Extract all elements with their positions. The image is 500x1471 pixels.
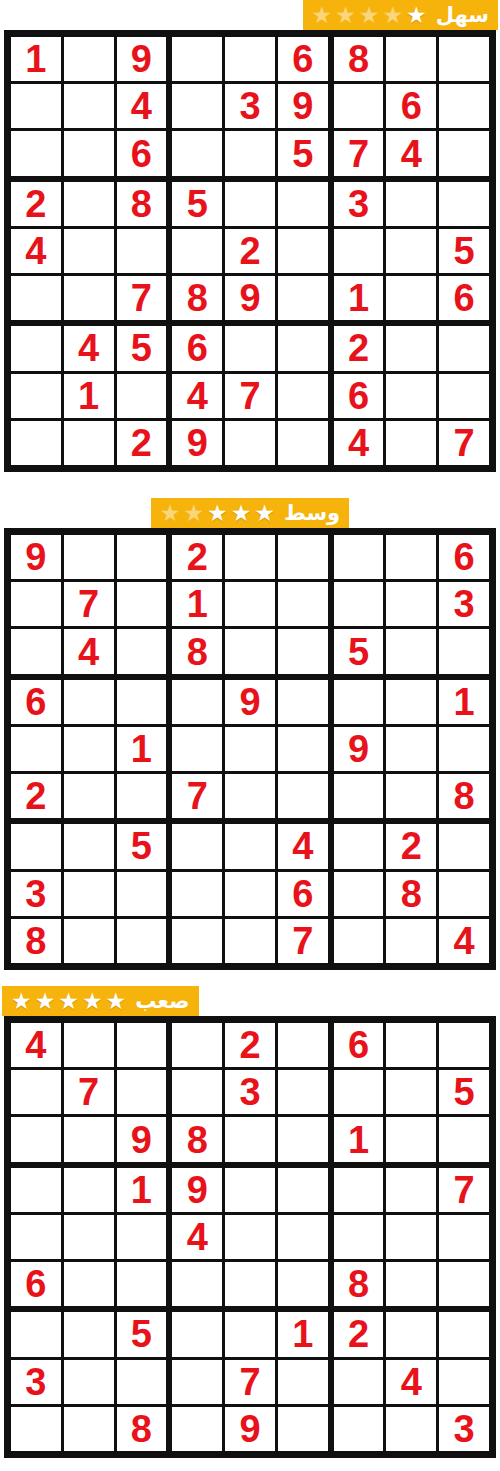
cell-r5c3[interactable] [117,1215,167,1259]
cell-r7c1[interactable] [11,326,61,370]
cell-r9c6[interactable] [278,1407,328,1451]
cell-r7c5[interactable] [225,1312,275,1356]
cell-r8c1[interactable] [11,374,61,418]
cell-r2c9: 3 [439,582,489,626]
cell-r9c4[interactable] [172,919,222,963]
cell-r5c7[interactable] [334,1215,384,1259]
cell-r2c3: 4 [117,84,167,128]
cell-r7c8[interactable] [386,1312,436,1356]
cell-r8c3[interactable] [117,872,167,916]
cell-r1c4[interactable] [172,1023,222,1067]
cell-r9c2[interactable] [64,421,114,465]
cell-r5c2[interactable] [64,229,114,273]
star-empty-icon: ★ [382,4,403,27]
cell-r4c3[interactable] [117,680,167,724]
star-filled-icon: ★ [254,502,275,525]
cell-r8c4[interactable] [172,1360,222,1404]
cell-r9c5[interactable] [225,919,275,963]
cell-r8c9[interactable] [439,374,489,418]
star-empty-icon: ★ [335,4,356,27]
star-rating: ★★★★★ [11,990,126,1013]
cell-r3c9[interactable] [439,1117,489,1161]
cell-r2c2: 7 [64,582,114,626]
cell-r5c4[interactable] [172,229,222,273]
cell-r2c1[interactable] [11,1070,61,1114]
sudoku-box: 8674 [334,37,489,176]
cell-r3c4[interactable] [172,131,222,175]
cell-r1c6[interactable] [278,1023,328,1067]
cell-r2c5: 3 [225,84,275,128]
cell-r6c5: 9 [225,276,275,320]
cell-r8c2: 1 [64,374,114,418]
cell-r5c1[interactable] [11,1215,61,1259]
cell-r9c2[interactable] [64,1407,114,1451]
cell-r7c7[interactable] [334,824,384,868]
cell-r2c3[interactable] [117,582,167,626]
cell-r3c3[interactable] [117,629,167,673]
cell-r3c4: 8 [172,1117,222,1161]
cell-r3c3: 6 [117,131,167,175]
star-rating: ★★★★★ [160,502,275,525]
cell-r4c9: 7 [439,1168,489,1212]
cell-r2c1[interactable] [11,84,61,128]
cell-r2c6[interactable] [278,1070,328,1114]
star-filled-icon: ★ [82,990,103,1013]
cell-r8c5: 7 [225,1360,275,1404]
cell-r7c6[interactable] [278,326,328,370]
cell-r3c3: 9 [117,1117,167,1161]
cell-r1c2[interactable] [64,1023,114,1067]
cell-r8c7: 6 [334,374,384,418]
cell-r2c9: 5 [439,1070,489,1114]
cell-r6c3[interactable] [117,1262,167,1306]
cell-r5c7: 9 [334,727,384,771]
cell-r3c5[interactable] [225,1117,275,1161]
cell-r8c8[interactable] [386,374,436,418]
cell-r6c7[interactable] [334,774,384,818]
cell-r4c6[interactable] [278,182,328,226]
sudoku-box: 6395 [172,37,327,176]
cell-r3c7: 1 [334,1117,384,1161]
sudoku-box: 218 [172,535,327,674]
cell-r7c3: 5 [117,824,167,868]
cell-r9c9: 4 [439,919,489,963]
cell-r4c7: 3 [334,182,384,226]
star-filled-icon: ★ [58,990,79,1013]
cell-r1c5[interactable] [225,37,275,81]
cell-r1c9[interactable] [439,1023,489,1067]
cell-r8c4: 4 [172,374,222,418]
sudoku-box: 243 [334,1312,489,1451]
cell-r2c8: 6 [386,84,436,128]
cell-r1c9[interactable] [439,37,489,81]
cell-r2c7[interactable] [334,84,384,128]
cell-r6c5[interactable] [225,1262,275,1306]
cell-r8c9[interactable] [439,872,489,916]
cell-r4c8[interactable] [386,680,436,724]
cell-r6c8[interactable] [386,774,436,818]
cell-r6c2[interactable] [64,1262,114,1306]
cell-r7c9[interactable] [439,1312,489,1356]
cell-r4c2[interactable] [64,680,114,724]
cell-r5c3[interactable] [117,229,167,273]
cell-r3c6[interactable] [278,1117,328,1161]
cell-r1c4: 2 [172,535,222,579]
cell-r7c8[interactable] [386,326,436,370]
cell-r8c5[interactable] [225,872,275,916]
sudoku-box: 974 [11,535,166,674]
cell-r7c4[interactable] [172,824,222,868]
cell-r1c1: 9 [11,535,61,579]
cell-r3c6[interactable] [278,629,328,673]
cell-r5c1: 4 [11,229,61,273]
cell-r3c9[interactable] [439,131,489,175]
cell-r9c7[interactable] [334,919,384,963]
cell-r1c8[interactable] [386,37,436,81]
cell-r9c2[interactable] [64,919,114,963]
cell-r2c8[interactable] [386,1070,436,1114]
difficulty-label-easy: سهل [436,5,489,26]
cell-r2c5[interactable] [225,582,275,626]
cell-r1c1: 4 [11,1023,61,1067]
cell-r4c7[interactable] [334,680,384,724]
sudoku-box: 97 [172,680,327,819]
cell-r3c2: 4 [64,629,114,673]
cell-r8c2[interactable] [64,872,114,916]
cell-r3c1[interactable] [11,131,61,175]
cell-r9c3: 2 [117,421,167,465]
cell-r6c2[interactable] [64,276,114,320]
cell-r7c9[interactable] [439,824,489,868]
cell-r3c2[interactable] [64,1117,114,1161]
cell-r7c1[interactable] [11,824,61,868]
cell-r5c6[interactable] [278,727,328,771]
cell-r5c4[interactable] [172,727,222,771]
cell-r7c7: 2 [334,1312,384,1356]
cell-r1c7: 8 [334,37,384,81]
cell-r3c6: 5 [278,131,328,175]
cell-r9c8[interactable] [386,1407,436,1451]
cell-r4c5[interactable] [225,182,275,226]
cell-r1c3: 9 [117,37,167,81]
star-rating: ★★★★★ [312,4,427,27]
cell-r5c5[interactable] [225,1215,275,1259]
cell-r5c6[interactable] [278,1215,328,1259]
cell-r5c9[interactable] [439,1215,489,1259]
cell-r7c6: 4 [278,824,328,868]
cell-r6c8[interactable] [386,276,436,320]
cell-r7c2[interactable] [64,1312,114,1356]
cell-r9c9: 3 [439,1407,489,1451]
sudoku-box: 635 [334,535,489,674]
cell-r7c4: 6 [172,326,222,370]
cell-r9c3[interactable] [117,919,167,963]
cell-r3c7: 5 [334,629,384,673]
cell-r7c4[interactable] [172,1312,222,1356]
cell-r8c7[interactable] [334,1360,384,1404]
cell-r3c4: 8 [172,629,222,673]
cell-r3c5[interactable] [225,629,275,673]
cell-r4c4: 5 [172,182,222,226]
cell-r3c1[interactable] [11,629,61,673]
cell-r7c6: 1 [278,1312,328,1356]
star-empty-icon: ★ [160,502,181,525]
cell-r9c5[interactable] [225,421,275,465]
cell-r3c8: 4 [386,131,436,175]
cell-r5c4: 4 [172,1215,222,1259]
cell-r9c1: 8 [11,919,61,963]
cell-r2c6: 9 [278,84,328,128]
sudoku-grid-easy: 194663958674284752893516451264792647 [4,30,496,472]
star-filled-icon: ★ [106,990,127,1013]
sudoku-box: 1946 [11,37,166,176]
cell-r6c1[interactable] [11,276,61,320]
cell-r4c6[interactable] [278,1168,328,1212]
puzzle-easy: ★★★★★ سهل 194663958674284752893516451264… [0,0,500,472]
cell-r8c6[interactable] [278,374,328,418]
sudoku-box: 198 [334,680,489,819]
cell-r5c5: 2 [225,229,275,273]
cell-r6c4: 7 [172,774,222,818]
sudoku-box: 2647 [334,326,489,465]
cell-r2c4[interactable] [172,84,222,128]
cell-r8c4[interactable] [172,872,222,916]
cell-r4c4[interactable] [172,680,222,724]
cell-r6c1: 6 [11,1262,61,1306]
cell-r4c1[interactable] [11,1168,61,1212]
star-filled-icon: ★ [11,990,32,1013]
sudoku-box: 467 [172,824,327,963]
cell-r7c5[interactable] [225,326,275,370]
sudoku-box: 238 [172,1023,327,1162]
cell-r1c8[interactable] [386,1023,436,1067]
cell-r1c3[interactable] [117,535,167,579]
sudoku-box: 94 [172,1168,327,1307]
cell-r4c2[interactable] [64,1168,114,1212]
cell-r7c1[interactable] [11,1312,61,1356]
cell-r1c7[interactable] [334,535,384,579]
puzzle-medium: ★★★★★ وسط 97421863561297198538467284 [0,498,500,970]
sudoku-box: 538 [11,824,166,963]
cell-r2c6[interactable] [278,582,328,626]
cell-r6c5[interactable] [225,774,275,818]
cell-r2c8[interactable] [386,582,436,626]
cell-r9c1[interactable] [11,1407,61,1451]
cell-r3c8[interactable] [386,629,436,673]
cell-r9c9: 7 [439,421,489,465]
cell-r4c3: 8 [117,182,167,226]
cell-r4c8[interactable] [386,182,436,226]
cell-r5c2[interactable] [64,727,114,771]
cell-r1c4[interactable] [172,37,222,81]
cell-r6c9: 6 [439,276,489,320]
difficulty-banner-hard: ★★★★★ صعب [2,986,199,1016]
cell-r6c6[interactable] [278,1262,328,1306]
cell-r5c2[interactable] [64,1215,114,1259]
sudoku-box: 651 [334,1023,489,1162]
cell-r6c1: 2 [11,774,61,818]
star-filled-icon: ★ [207,502,228,525]
difficulty-banner-medium: ★★★★★ وسط [151,498,349,528]
cell-r5c9[interactable] [439,727,489,771]
cell-r9c7[interactable] [334,1407,384,1451]
cell-r6c7: 8 [334,1262,384,1306]
cell-r8c7[interactable] [334,872,384,916]
cell-r2c7[interactable] [334,1070,384,1114]
cell-r7c2: 4 [64,326,114,370]
cell-r3c5[interactable] [225,131,275,175]
sudoku-box: 4512 [11,326,166,465]
cell-r6c4[interactable] [172,1262,222,1306]
cell-r2c4[interactable] [172,1070,222,1114]
cell-r8c2[interactable] [64,1360,114,1404]
cell-r4c9: 1 [439,680,489,724]
cell-r2c3[interactable] [117,1070,167,1114]
cell-r4c1: 6 [11,680,61,724]
difficulty-label-hard: صعب [135,991,189,1012]
cell-r2c7[interactable] [334,582,384,626]
cell-r4c3: 1 [117,1168,167,1212]
cell-r6c6[interactable] [278,774,328,818]
cell-r4c7[interactable] [334,1168,384,1212]
cell-r5c9: 5 [439,229,489,273]
cell-r5c6[interactable] [278,229,328,273]
sudoku-box: 538 [11,1312,166,1451]
cell-r1c5: 2 [225,1023,275,1067]
cell-r5c8[interactable] [386,229,436,273]
cell-r8c8: 4 [386,1360,436,1404]
cell-r1c6: 6 [278,37,328,81]
cell-r7c8: 2 [386,824,436,868]
cell-r9c1[interactable] [11,421,61,465]
cell-r1c7: 6 [334,1023,384,1067]
cell-r7c9[interactable] [439,326,489,370]
cell-r1c8[interactable] [386,535,436,579]
cell-r6c6[interactable] [278,276,328,320]
cell-r4c5: 9 [225,680,275,724]
cell-r5c8[interactable] [386,727,436,771]
sudoku-grid-hard: 479238651169478538179243 [4,1016,496,1458]
cell-r2c9[interactable] [439,84,489,128]
cell-r4c4: 9 [172,1168,222,1212]
star-empty-icon: ★ [312,4,333,27]
cell-r7c2[interactable] [64,824,114,868]
cell-r2c2: 7 [64,1070,114,1114]
cell-r1c2[interactable] [64,535,114,579]
cell-r8c9[interactable] [439,1360,489,1404]
cell-r1c5[interactable] [225,535,275,579]
cell-r7c7: 2 [334,326,384,370]
cell-r6c2[interactable] [64,774,114,818]
sudoku-box: 16 [11,1168,166,1307]
star-filled-icon: ★ [406,4,427,27]
cell-r7c3: 5 [117,326,167,370]
cell-r3c8[interactable] [386,1117,436,1161]
star-filled-icon: ★ [231,502,252,525]
cell-r9c4: 9 [172,421,222,465]
cell-r6c9: 8 [439,774,489,818]
cell-r4c2[interactable] [64,182,114,226]
cell-r5c3: 1 [117,727,167,771]
cell-r3c1[interactable] [11,1117,61,1161]
cell-r5c7[interactable] [334,229,384,273]
cell-r2c4: 1 [172,582,222,626]
cell-r1c2[interactable] [64,37,114,81]
cell-r8c8: 8 [386,872,436,916]
sudoku-box: 6479 [172,326,327,465]
cell-r9c7: 4 [334,421,384,465]
difficulty-banner-easy: ★★★★★ سهل [303,0,498,30]
cell-r6c7: 1 [334,276,384,320]
sudoku-box: 479 [11,1023,166,1162]
sudoku-box: 5289 [172,182,327,321]
star-empty-icon: ★ [183,502,204,525]
cell-r9c8[interactable] [386,421,436,465]
cell-r6c4: 8 [172,276,222,320]
sudoku-box: 2847 [11,182,166,321]
sudoku-grid-medium: 97421863561297198538467284 [4,528,496,970]
cell-r9c8[interactable] [386,919,436,963]
sudoku-box: 179 [172,1312,327,1451]
cell-r5c5[interactable] [225,727,275,771]
sudoku-box: 612 [11,680,166,819]
cell-r4c5[interactable] [225,1168,275,1212]
sudoku-box: 284 [334,824,489,963]
star-filled-icon: ★ [35,990,56,1013]
cell-r2c1[interactable] [11,582,61,626]
cell-r9c6: 7 [278,919,328,963]
cell-r8c3[interactable] [117,374,167,418]
cell-r9c3: 8 [117,1407,167,1451]
cell-r9c4[interactable] [172,1407,222,1451]
cell-r1c6[interactable] [278,535,328,579]
difficulty-label-medium: وسط [284,503,340,524]
cell-r4c9[interactable] [439,182,489,226]
cell-r5c1[interactable] [11,727,61,771]
cell-r4c1: 2 [11,182,61,226]
cell-r8c6: 6 [278,872,328,916]
cell-r8c5: 7 [225,374,275,418]
cell-r4c8[interactable] [386,1168,436,1212]
cell-r9c6[interactable] [278,421,328,465]
cell-r8c6[interactable] [278,1360,328,1404]
cell-r3c2[interactable] [64,131,114,175]
cell-r1c1: 1 [11,37,61,81]
cell-r8c1: 3 [11,872,61,916]
cell-r2c5: 3 [225,1070,275,1114]
star-empty-icon: ★ [359,4,380,27]
cell-r6c3[interactable] [117,774,167,818]
cell-r2c2[interactable] [64,84,114,128]
cell-r4c6[interactable] [278,680,328,724]
cell-r1c3[interactable] [117,1023,167,1067]
sudoku-box: 3516 [334,182,489,321]
cell-r1c9: 6 [439,535,489,579]
cell-r6c3: 7 [117,276,167,320]
cell-r3c9[interactable] [439,629,489,673]
cell-r6c8[interactable] [386,1262,436,1306]
cell-r7c5[interactable] [225,824,275,868]
cell-r3c7: 7 [334,131,384,175]
cell-r7c3: 5 [117,1312,167,1356]
cell-r8c1: 3 [11,1360,61,1404]
cell-r6c9[interactable] [439,1262,489,1306]
cell-r9c5: 9 [225,1407,275,1451]
cell-r5c8[interactable] [386,1215,436,1259]
puzzle-hard: ★★★★★ صعب 479238651169478538179243 [0,986,500,1458]
cell-r8c3[interactable] [117,1360,167,1404]
sudoku-box: 78 [334,1168,489,1307]
